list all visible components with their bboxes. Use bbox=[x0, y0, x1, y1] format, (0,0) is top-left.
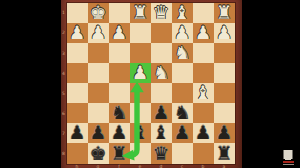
file-label-c: c bbox=[172, 164, 193, 168]
square-h4[interactable] bbox=[67, 63, 88, 83]
square-d3[interactable] bbox=[151, 43, 172, 63]
square-h3[interactable] bbox=[67, 43, 88, 63]
square-h1[interactable] bbox=[67, 3, 88, 23]
square-d8[interactable]: ♛ bbox=[151, 143, 172, 163]
white-pawn: ♟ bbox=[90, 22, 107, 42]
black-knight: ♞ bbox=[174, 103, 191, 123]
file-label-f: f bbox=[109, 164, 130, 168]
black-king: ♚ bbox=[90, 143, 107, 163]
black-bishop: ♝ bbox=[153, 123, 170, 143]
square-c4[interactable] bbox=[172, 63, 193, 83]
letterbox-left bbox=[0, 0, 61, 168]
square-g1[interactable]: ♚ bbox=[88, 3, 109, 23]
square-d7[interactable]: ♝ bbox=[151, 123, 172, 143]
square-h8[interactable] bbox=[67, 143, 88, 163]
white-knight: ♞ bbox=[174, 43, 191, 63]
square-f8[interactable]: ♜ bbox=[109, 143, 130, 163]
black-pawn: ♟ bbox=[216, 123, 233, 143]
file-label-h: h bbox=[67, 164, 88, 168]
square-g5[interactable] bbox=[88, 83, 109, 103]
square-f3[interactable] bbox=[109, 43, 130, 63]
square-d4[interactable]: ♞ bbox=[151, 63, 172, 83]
square-d6[interactable]: ♟ bbox=[151, 103, 172, 123]
square-b7[interactable]: ♟ bbox=[193, 123, 214, 143]
square-h2[interactable]: ♟ bbox=[67, 23, 88, 43]
square-c3[interactable]: ♞ bbox=[172, 43, 193, 63]
square-b4[interactable] bbox=[193, 63, 214, 83]
square-c8[interactable] bbox=[172, 143, 193, 163]
black-pawn: ♟ bbox=[69, 123, 86, 143]
square-h6[interactable] bbox=[67, 103, 88, 123]
video-frame: 12345678 hgfedcba ♚♜♛♝♜♟♟♟♟♟♟♞♟♞♝♞♟♞♟♟♟♝… bbox=[0, 0, 300, 168]
white-queen: ♛ bbox=[153, 2, 170, 22]
square-g3[interactable] bbox=[88, 43, 109, 63]
file-label-b: b bbox=[193, 164, 214, 168]
watermark-text-line bbox=[283, 164, 294, 165]
square-b3[interactable] bbox=[193, 43, 214, 63]
square-g2[interactable]: ♟ bbox=[88, 23, 109, 43]
black-rook: ♜ bbox=[216, 143, 233, 163]
square-c5[interactable] bbox=[172, 83, 193, 103]
square-b2[interactable]: ♟ bbox=[193, 23, 214, 43]
white-pawn: ♟ bbox=[174, 22, 191, 42]
black-knight: ♞ bbox=[111, 103, 128, 123]
file-labels: hgfedcba bbox=[67, 164, 235, 168]
square-e6[interactable] bbox=[130, 103, 151, 123]
white-knight: ♞ bbox=[153, 63, 170, 83]
white-pawn: ♟ bbox=[111, 22, 128, 42]
black-pawn: ♟ bbox=[90, 123, 107, 143]
white-pawn: ♟ bbox=[132, 63, 149, 83]
square-f7[interactable]: ♟ bbox=[109, 123, 130, 143]
square-a6[interactable] bbox=[214, 103, 235, 123]
black-bishop: ♝ bbox=[132, 123, 149, 143]
square-e8[interactable] bbox=[130, 143, 151, 163]
square-b5[interactable]: ♝ bbox=[193, 83, 214, 103]
black-pawn: ♟ bbox=[111, 123, 128, 143]
square-a5[interactable] bbox=[214, 83, 235, 103]
square-a7[interactable]: ♟ bbox=[214, 123, 235, 143]
file-label-a: a bbox=[214, 164, 235, 168]
board-frame: 12345678 hgfedcba ♚♜♛♝♜♟♟♟♟♟♟♞♟♞♝♞♟♞♟♟♟♝… bbox=[61, 0, 242, 168]
white-bishop: ♝ bbox=[195, 83, 212, 103]
black-pawn: ♟ bbox=[153, 103, 170, 123]
letterbox-right bbox=[241, 0, 300, 168]
square-f5[interactable] bbox=[109, 83, 130, 103]
square-f4[interactable] bbox=[109, 63, 130, 83]
square-a8[interactable]: ♜ bbox=[214, 143, 235, 163]
black-queen: ♛ bbox=[153, 143, 170, 163]
square-g4[interactable] bbox=[88, 63, 109, 83]
file-label-d: d bbox=[151, 164, 172, 168]
white-rook: ♜ bbox=[132, 2, 149, 22]
white-king: ♚ bbox=[90, 2, 107, 22]
square-a3[interactable] bbox=[214, 43, 235, 63]
square-b1[interactable] bbox=[193, 3, 214, 23]
square-e4[interactable]: ♟ bbox=[130, 63, 151, 83]
square-h7[interactable]: ♟ bbox=[67, 123, 88, 143]
square-a2[interactable]: ♟ bbox=[214, 23, 235, 43]
black-rook: ♜ bbox=[111, 143, 128, 163]
board: ♚♜♛♝♜♟♟♟♟♟♟♞♟♞♝♞♟♞♟♟♟♝♝♟♟♟♚♜♛♜ bbox=[67, 3, 235, 164]
watermark-tower-icon bbox=[285, 151, 291, 160]
square-f1[interactable] bbox=[109, 3, 130, 23]
black-pawn: ♟ bbox=[174, 123, 191, 143]
square-e1[interactable]: ♜ bbox=[130, 3, 151, 23]
square-e5[interactable] bbox=[130, 83, 151, 103]
square-b8[interactable] bbox=[193, 143, 214, 163]
square-c6[interactable]: ♞ bbox=[172, 103, 193, 123]
square-b6[interactable] bbox=[193, 103, 214, 123]
square-g6[interactable] bbox=[88, 103, 109, 123]
square-d1[interactable]: ♛ bbox=[151, 3, 172, 23]
square-c1[interactable]: ♝ bbox=[172, 3, 193, 23]
white-pawn: ♟ bbox=[195, 22, 212, 42]
square-e3[interactable] bbox=[130, 43, 151, 63]
square-d5[interactable] bbox=[151, 83, 172, 103]
square-c2[interactable]: ♟ bbox=[172, 23, 193, 43]
square-a4[interactable] bbox=[214, 63, 235, 83]
square-h5[interactable] bbox=[67, 83, 88, 103]
square-g8[interactable]: ♚ bbox=[88, 143, 109, 163]
file-label-g: g bbox=[88, 164, 109, 168]
square-a1[interactable]: ♜ bbox=[214, 3, 235, 23]
watermark-logo bbox=[282, 150, 295, 165]
square-e2[interactable] bbox=[130, 23, 151, 43]
square-e7[interactable]: ♝ bbox=[130, 123, 151, 143]
square-c7[interactable]: ♟ bbox=[172, 123, 193, 143]
black-pawn: ♟ bbox=[195, 123, 212, 143]
white-bishop: ♝ bbox=[174, 2, 191, 22]
square-d2[interactable] bbox=[151, 23, 172, 43]
square-f6[interactable]: ♞ bbox=[109, 103, 130, 123]
square-g7[interactable]: ♟ bbox=[88, 123, 109, 143]
white-rook: ♜ bbox=[216, 2, 233, 22]
file-label-e: e bbox=[130, 164, 151, 168]
white-pawn: ♟ bbox=[69, 22, 86, 42]
square-f2[interactable]: ♟ bbox=[109, 23, 130, 43]
white-pawn: ♟ bbox=[216, 22, 233, 42]
